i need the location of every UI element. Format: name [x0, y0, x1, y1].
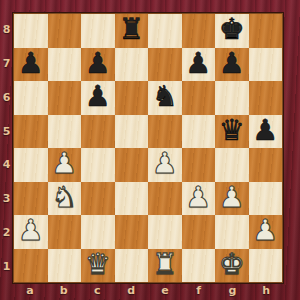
piece-white-rook: ♜	[152, 250, 178, 279]
square-f7[interactable]: ♟	[182, 48, 216, 82]
file-label-h: h	[249, 282, 283, 299]
piece-black-pawn: ♟	[18, 49, 44, 78]
piece-black-pawn: ♟	[185, 49, 211, 78]
square-a7[interactable]: ♟	[14, 48, 48, 82]
square-f2[interactable]	[182, 215, 216, 249]
square-b8[interactable]	[48, 14, 82, 48]
piece-white-pawn: ♟	[185, 183, 211, 212]
chess-diagram: 87654321 ♜♚♟♟♟♟♟♞♛♟♟♟♞♟♟♟♟♛♜♚ abcdefgh	[0, 0, 300, 300]
piece-black-queen: ♛	[219, 116, 245, 145]
square-d1[interactable]	[115, 249, 149, 283]
piece-white-king: ♚	[219, 250, 245, 279]
square-e5[interactable]	[148, 115, 182, 149]
piece-black-king: ♚	[219, 15, 245, 44]
square-d2[interactable]	[115, 215, 149, 249]
square-c6[interactable]: ♟	[81, 81, 115, 115]
file-label-b: b	[47, 282, 81, 299]
square-c5[interactable]	[81, 115, 115, 149]
square-f8[interactable]	[182, 14, 216, 48]
file-label-e: e	[148, 282, 182, 299]
piece-white-knight: ♞	[51, 183, 77, 212]
square-c4[interactable]	[81, 148, 115, 182]
square-h6[interactable]	[249, 81, 283, 115]
square-h4[interactable]	[249, 148, 283, 182]
square-g5[interactable]: ♛	[215, 115, 249, 149]
square-b3[interactable]: ♞	[48, 182, 82, 216]
square-e1[interactable]: ♜	[148, 249, 182, 283]
file-label-a: a	[13, 282, 47, 299]
file-label-g: g	[216, 282, 250, 299]
file-label-d: d	[114, 282, 148, 299]
piece-white-pawn: ♟	[252, 216, 278, 245]
file-label-f: f	[182, 282, 216, 299]
rank-label-7: 7	[0, 47, 13, 81]
piece-black-knight: ♞	[152, 82, 178, 111]
square-h2[interactable]: ♟	[249, 215, 283, 249]
piece-white-pawn: ♟	[219, 183, 245, 212]
square-g4[interactable]	[215, 148, 249, 182]
rank-label-3: 3	[0, 182, 13, 216]
rank-label-5: 5	[0, 114, 13, 148]
square-e3[interactable]	[148, 182, 182, 216]
square-f3[interactable]: ♟	[182, 182, 216, 216]
square-b4[interactable]: ♟	[48, 148, 82, 182]
square-c2[interactable]	[81, 215, 115, 249]
square-b2[interactable]	[48, 215, 82, 249]
piece-black-pawn: ♟	[219, 49, 245, 78]
square-b1[interactable]	[48, 249, 82, 283]
square-e4[interactable]: ♟	[148, 148, 182, 182]
square-a5[interactable]	[14, 115, 48, 149]
square-b7[interactable]	[48, 48, 82, 82]
rank-label-1: 1	[0, 249, 13, 283]
square-c1[interactable]: ♛	[81, 249, 115, 283]
square-a6[interactable]	[14, 81, 48, 115]
square-h8[interactable]	[249, 14, 283, 48]
piece-white-pawn: ♟	[152, 149, 178, 178]
square-e8[interactable]	[148, 14, 182, 48]
square-a3[interactable]	[14, 182, 48, 216]
square-c7[interactable]: ♟	[81, 48, 115, 82]
piece-black-pawn: ♟	[85, 49, 111, 78]
square-d3[interactable]	[115, 182, 149, 216]
square-b5[interactable]	[48, 115, 82, 149]
square-a8[interactable]	[14, 14, 48, 48]
rank-label-8: 8	[0, 13, 13, 47]
square-d5[interactable]	[115, 115, 149, 149]
piece-white-pawn: ♟	[18, 216, 44, 245]
file-label-c: c	[81, 282, 115, 299]
square-e2[interactable]	[148, 215, 182, 249]
square-f6[interactable]	[182, 81, 216, 115]
square-g6[interactable]	[215, 81, 249, 115]
piece-white-queen: ♛	[85, 250, 111, 279]
square-h7[interactable]	[249, 48, 283, 82]
square-e6[interactable]: ♞	[148, 81, 182, 115]
square-d4[interactable]	[115, 148, 149, 182]
file-coordinate-labels: abcdefgh	[13, 282, 283, 299]
square-e7[interactable]	[148, 48, 182, 82]
square-d6[interactable]	[115, 81, 149, 115]
rank-label-4: 4	[0, 148, 13, 182]
square-g7[interactable]: ♟	[215, 48, 249, 82]
square-g3[interactable]: ♟	[215, 182, 249, 216]
square-a2[interactable]: ♟	[14, 215, 48, 249]
square-f1[interactable]	[182, 249, 216, 283]
square-h3[interactable]	[249, 182, 283, 216]
chess-board: ♜♚♟♟♟♟♟♞♛♟♟♟♞♟♟♟♟♛♜♚	[13, 13, 283, 283]
square-d7[interactable]	[115, 48, 149, 82]
square-f5[interactable]	[182, 115, 216, 149]
square-f4[interactable]	[182, 148, 216, 182]
rank-label-6: 6	[0, 81, 13, 115]
square-a4[interactable]	[14, 148, 48, 182]
rank-coordinate-labels: 87654321	[0, 13, 13, 283]
piece-black-pawn: ♟	[85, 82, 111, 111]
square-c8[interactable]	[81, 14, 115, 48]
piece-black-rook: ♜	[118, 15, 144, 44]
square-a1[interactable]	[14, 249, 48, 283]
square-h5[interactable]: ♟	[249, 115, 283, 149]
rank-label-2: 2	[0, 216, 13, 250]
piece-white-pawn: ♟	[51, 149, 77, 178]
piece-black-pawn: ♟	[252, 116, 278, 145]
square-d8[interactable]: ♜	[115, 14, 149, 48]
square-g2[interactable]	[215, 215, 249, 249]
square-h1[interactable]	[249, 249, 283, 283]
square-c3[interactable]	[81, 182, 115, 216]
square-b6[interactable]	[48, 81, 82, 115]
square-g1[interactable]: ♚	[215, 249, 249, 283]
square-g8[interactable]: ♚	[215, 14, 249, 48]
